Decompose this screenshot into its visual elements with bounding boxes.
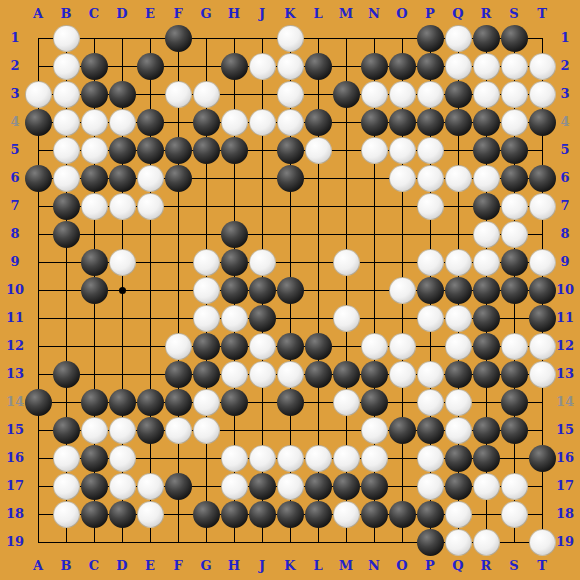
- white-stone-B1[interactable]: [53, 25, 80, 52]
- row-label-right-8: 8: [560, 227, 569, 241]
- black-stone-F6[interactable]: [165, 165, 192, 192]
- black-stone-C2[interactable]: [81, 53, 108, 80]
- white-stone-Q1[interactable]: [445, 25, 472, 52]
- white-stone-O12[interactable]: [389, 333, 416, 360]
- white-stone-R8[interactable]: [473, 221, 500, 248]
- row-label-left-2: 2: [10, 59, 19, 73]
- white-stone-P9[interactable]: [417, 249, 444, 276]
- row-label-right-11: 11: [556, 311, 574, 325]
- row-label-left-19: 19: [6, 535, 24, 549]
- row-label-right-15: 15: [556, 423, 574, 437]
- white-stone-R3[interactable]: [473, 81, 500, 108]
- white-stone-M14[interactable]: [333, 389, 360, 416]
- black-stone-Q3[interactable]: [445, 81, 472, 108]
- row-label-right-4: 4: [560, 115, 569, 129]
- col-label-bottom-M: M: [339, 559, 353, 573]
- white-stone-D17[interactable]: [109, 473, 136, 500]
- black-stone-B13[interactable]: [53, 361, 80, 388]
- black-stone-Q13[interactable]: [445, 361, 472, 388]
- white-stone-T9[interactable]: [529, 249, 556, 276]
- white-stone-H4[interactable]: [221, 109, 248, 136]
- col-label-top-G: G: [200, 7, 211, 21]
- black-stone-L18[interactable]: [305, 501, 332, 528]
- row-label-right-18: 18: [556, 507, 574, 521]
- col-label-top-P: P: [425, 7, 435, 21]
- black-stone-N4[interactable]: [361, 109, 388, 136]
- row-label-left-8: 8: [10, 227, 19, 241]
- white-stone-S2[interactable]: [501, 53, 528, 80]
- white-stone-E18[interactable]: [137, 501, 164, 528]
- white-stone-T13[interactable]: [529, 361, 556, 388]
- black-stone-O2[interactable]: [389, 53, 416, 80]
- white-stone-C4[interactable]: [81, 109, 108, 136]
- black-stone-O4[interactable]: [389, 109, 416, 136]
- row-label-right-19: 19: [556, 535, 574, 549]
- black-stone-D18[interactable]: [109, 501, 136, 528]
- black-stone-T10[interactable]: [529, 277, 556, 304]
- black-stone-G5[interactable]: [193, 137, 220, 164]
- black-stone-N17[interactable]: [361, 473, 388, 500]
- white-stone-S4[interactable]: [501, 109, 528, 136]
- black-stone-J18[interactable]: [249, 501, 276, 528]
- black-stone-R12[interactable]: [473, 333, 500, 360]
- black-stone-T16[interactable]: [529, 445, 556, 472]
- black-stone-C16[interactable]: [81, 445, 108, 472]
- white-stone-C7[interactable]: [81, 193, 108, 220]
- col-label-bottom-P: P: [425, 559, 435, 573]
- black-stone-F14[interactable]: [165, 389, 192, 416]
- black-stone-K5[interactable]: [277, 137, 304, 164]
- col-label-bottom-S: S: [509, 559, 518, 573]
- col-label-bottom-R: R: [481, 559, 492, 573]
- black-stone-C17[interactable]: [81, 473, 108, 500]
- black-stone-A14[interactable]: [25, 389, 52, 416]
- white-stone-O13[interactable]: [389, 361, 416, 388]
- white-stone-E17[interactable]: [137, 473, 164, 500]
- white-stone-R19[interactable]: [473, 529, 500, 556]
- white-stone-B6[interactable]: [53, 165, 80, 192]
- col-label-top-S: S: [509, 7, 518, 21]
- white-stone-S3[interactable]: [501, 81, 528, 108]
- white-stone-D9[interactable]: [109, 249, 136, 276]
- black-stone-T11[interactable]: [529, 305, 556, 332]
- white-stone-L5[interactable]: [305, 137, 332, 164]
- black-stone-O18[interactable]: [389, 501, 416, 528]
- black-stone-J17[interactable]: [249, 473, 276, 500]
- white-stone-K13[interactable]: [277, 361, 304, 388]
- col-label-top-M: M: [339, 7, 353, 21]
- col-label-top-C: C: [89, 7, 99, 21]
- white-stone-G11[interactable]: [193, 305, 220, 332]
- white-stone-O5[interactable]: [389, 137, 416, 164]
- white-stone-D15[interactable]: [109, 417, 136, 444]
- white-stone-Q9[interactable]: [445, 249, 472, 276]
- col-label-bottom-H: H: [228, 559, 240, 573]
- black-stone-S5[interactable]: [501, 137, 528, 164]
- black-stone-R5[interactable]: [473, 137, 500, 164]
- white-stone-S12[interactable]: [501, 333, 528, 360]
- black-stone-K6[interactable]: [277, 165, 304, 192]
- white-stone-Q14[interactable]: [445, 389, 472, 416]
- black-stone-H9[interactable]: [221, 249, 248, 276]
- white-stone-M9[interactable]: [333, 249, 360, 276]
- row-label-left-14: 14: [6, 395, 24, 409]
- black-stone-H10[interactable]: [221, 277, 248, 304]
- col-label-bottom-B: B: [61, 559, 72, 573]
- col-label-top-R: R: [481, 7, 492, 21]
- black-stone-J11[interactable]: [249, 305, 276, 332]
- col-label-bottom-F: F: [173, 559, 182, 573]
- black-stone-R11[interactable]: [473, 305, 500, 332]
- black-stone-T4[interactable]: [529, 109, 556, 136]
- black-stone-B15[interactable]: [53, 417, 80, 444]
- black-stone-E2[interactable]: [137, 53, 164, 80]
- white-stone-K2[interactable]: [277, 53, 304, 80]
- row-label-right-5: 5: [560, 143, 569, 157]
- white-stone-Q18[interactable]: [445, 501, 472, 528]
- white-stone-K17[interactable]: [277, 473, 304, 500]
- white-stone-N3[interactable]: [361, 81, 388, 108]
- white-stone-B17[interactable]: [53, 473, 80, 500]
- white-stone-H17[interactable]: [221, 473, 248, 500]
- white-stone-O6[interactable]: [389, 165, 416, 192]
- row-label-left-3: 3: [10, 87, 19, 101]
- black-stone-M13[interactable]: [333, 361, 360, 388]
- white-stone-R6[interactable]: [473, 165, 500, 192]
- white-stone-S8[interactable]: [501, 221, 528, 248]
- black-stone-F13[interactable]: [165, 361, 192, 388]
- row-label-left-13: 13: [6, 367, 24, 381]
- row-label-left-5: 5: [10, 143, 19, 157]
- row-label-left-9: 9: [10, 255, 19, 269]
- black-stone-L2[interactable]: [305, 53, 332, 80]
- black-stone-R7[interactable]: [473, 193, 500, 220]
- row-label-left-7: 7: [10, 199, 19, 213]
- white-stone-S17[interactable]: [501, 473, 528, 500]
- black-stone-J10[interactable]: [249, 277, 276, 304]
- row-label-left-6: 6: [10, 171, 19, 185]
- white-stone-F12[interactable]: [165, 333, 192, 360]
- row-label-right-9: 9: [560, 255, 569, 269]
- black-stone-R10[interactable]: [473, 277, 500, 304]
- row-label-right-1: 1: [560, 31, 569, 45]
- black-stone-R4[interactable]: [473, 109, 500, 136]
- row-label-right-7: 7: [560, 199, 569, 213]
- white-stone-T12[interactable]: [529, 333, 556, 360]
- black-stone-N18[interactable]: [361, 501, 388, 528]
- row-label-right-3: 3: [560, 87, 569, 101]
- white-stone-C5[interactable]: [81, 137, 108, 164]
- white-stone-Q19[interactable]: [445, 529, 472, 556]
- row-label-left-18: 18: [6, 507, 24, 521]
- black-stone-M3[interactable]: [333, 81, 360, 108]
- white-stone-G15[interactable]: [193, 417, 220, 444]
- black-stone-E15[interactable]: [137, 417, 164, 444]
- row-label-right-16: 16: [556, 451, 574, 465]
- white-stone-J2[interactable]: [249, 53, 276, 80]
- row-label-left-10: 10: [6, 283, 24, 297]
- black-stone-P10[interactable]: [417, 277, 444, 304]
- white-stone-Q6[interactable]: [445, 165, 472, 192]
- black-stone-S10[interactable]: [501, 277, 528, 304]
- go-board: AABBCCDDEEFFGGHHJJKKLLMMNNOOPPQQRRSSTT11…: [0, 0, 580, 580]
- white-stone-R2[interactable]: [473, 53, 500, 80]
- col-label-top-Q: Q: [452, 7, 463, 21]
- col-label-top-L: L: [313, 7, 322, 21]
- black-stone-D3[interactable]: [109, 81, 136, 108]
- black-stone-E14[interactable]: [137, 389, 164, 416]
- white-stone-P7[interactable]: [417, 193, 444, 220]
- white-stone-P6[interactable]: [417, 165, 444, 192]
- black-stone-F1[interactable]: [165, 25, 192, 52]
- row-label-left-11: 11: [6, 311, 24, 325]
- white-stone-M18[interactable]: [333, 501, 360, 528]
- white-stone-B4[interactable]: [53, 109, 80, 136]
- col-label-top-D: D: [116, 7, 127, 21]
- row-label-left-17: 17: [6, 479, 24, 493]
- black-stone-G18[interactable]: [193, 501, 220, 528]
- white-stone-P17[interactable]: [417, 473, 444, 500]
- black-stone-A4[interactable]: [25, 109, 52, 136]
- row-label-right-12: 12: [556, 339, 574, 353]
- white-stone-E7[interactable]: [137, 193, 164, 220]
- col-label-bottom-N: N: [368, 559, 380, 573]
- white-stone-B5[interactable]: [53, 137, 80, 164]
- black-stone-M17[interactable]: [333, 473, 360, 500]
- black-stone-H5[interactable]: [221, 137, 248, 164]
- white-stone-M16[interactable]: [333, 445, 360, 472]
- black-stone-Q17[interactable]: [445, 473, 472, 500]
- black-stone-P18[interactable]: [417, 501, 444, 528]
- white-stone-T3[interactable]: [529, 81, 556, 108]
- black-stone-Q4[interactable]: [445, 109, 472, 136]
- white-stone-F3[interactable]: [165, 81, 192, 108]
- row-label-left-12: 12: [6, 339, 24, 353]
- black-stone-L17[interactable]: [305, 473, 332, 500]
- black-stone-N13[interactable]: [361, 361, 388, 388]
- col-label-top-A: A: [33, 7, 43, 21]
- white-stone-A3[interactable]: [25, 81, 52, 108]
- col-label-top-E: E: [145, 7, 155, 21]
- white-stone-J9[interactable]: [249, 249, 276, 276]
- black-stone-S1[interactable]: [501, 25, 528, 52]
- black-stone-H12[interactable]: [221, 333, 248, 360]
- black-stone-K14[interactable]: [277, 389, 304, 416]
- white-stone-N16[interactable]: [361, 445, 388, 472]
- white-stone-D7[interactable]: [109, 193, 136, 220]
- black-stone-K12[interactable]: [277, 333, 304, 360]
- white-stone-Q11[interactable]: [445, 305, 472, 332]
- white-stone-R9[interactable]: [473, 249, 500, 276]
- white-stone-N5[interactable]: [361, 137, 388, 164]
- black-stone-G4[interactable]: [193, 109, 220, 136]
- white-stone-P13[interactable]: [417, 361, 444, 388]
- row-label-right-6: 6: [560, 171, 569, 185]
- col-label-top-B: B: [61, 7, 72, 21]
- black-stone-L12[interactable]: [305, 333, 332, 360]
- black-stone-B8[interactable]: [53, 221, 80, 248]
- col-label-bottom-L: L: [313, 559, 322, 573]
- black-stone-K10[interactable]: [277, 277, 304, 304]
- black-stone-R1[interactable]: [473, 25, 500, 52]
- col-label-bottom-Q: Q: [452, 559, 463, 573]
- col-label-top-J: J: [259, 7, 265, 21]
- col-label-bottom-D: D: [116, 559, 127, 573]
- white-stone-F15[interactable]: [165, 417, 192, 444]
- white-stone-P3[interactable]: [417, 81, 444, 108]
- black-stone-H2[interactable]: [221, 53, 248, 80]
- black-stone-H14[interactable]: [221, 389, 248, 416]
- col-label-top-K: K: [284, 7, 295, 21]
- black-stone-E5[interactable]: [137, 137, 164, 164]
- black-stone-C3[interactable]: [81, 81, 108, 108]
- black-stone-B7[interactable]: [53, 193, 80, 220]
- white-stone-G14[interactable]: [193, 389, 220, 416]
- black-stone-F5[interactable]: [165, 137, 192, 164]
- col-label-bottom-J: J: [259, 559, 265, 573]
- col-label-bottom-C: C: [89, 559, 99, 573]
- white-stone-B18[interactable]: [53, 501, 80, 528]
- white-stone-L16[interactable]: [305, 445, 332, 472]
- row-label-right-14: 14: [556, 395, 574, 409]
- row-label-right-13: 13: [556, 367, 574, 381]
- black-stone-D14[interactable]: [109, 389, 136, 416]
- row-label-right-17: 17: [556, 479, 574, 493]
- black-stone-G12[interactable]: [193, 333, 220, 360]
- white-stone-Q12[interactable]: [445, 333, 472, 360]
- black-stone-S6[interactable]: [501, 165, 528, 192]
- black-stone-K18[interactable]: [277, 501, 304, 528]
- black-stone-L13[interactable]: [305, 361, 332, 388]
- col-label-top-N: N: [368, 7, 380, 21]
- row-label-right-10: 10: [556, 283, 574, 297]
- row-label-left-15: 15: [6, 423, 24, 437]
- black-stone-A6[interactable]: [25, 165, 52, 192]
- black-stone-G13[interactable]: [193, 361, 220, 388]
- white-stone-K1[interactable]: [277, 25, 304, 52]
- white-stone-J12[interactable]: [249, 333, 276, 360]
- row-label-left-1: 1: [10, 31, 19, 45]
- white-stone-K3[interactable]: [277, 81, 304, 108]
- white-stone-K16[interactable]: [277, 445, 304, 472]
- white-stone-M11[interactable]: [333, 305, 360, 332]
- black-stone-R13[interactable]: [473, 361, 500, 388]
- row-label-left-16: 16: [6, 451, 24, 465]
- white-stone-H13[interactable]: [221, 361, 248, 388]
- white-stone-T7[interactable]: [529, 193, 556, 220]
- col-label-top-O: O: [396, 7, 407, 21]
- white-stone-Q15[interactable]: [445, 417, 472, 444]
- row-label-left-4: 4: [10, 115, 19, 129]
- white-stone-P5[interactable]: [417, 137, 444, 164]
- white-stone-R17[interactable]: [473, 473, 500, 500]
- white-stone-E6[interactable]: [137, 165, 164, 192]
- col-label-bottom-K: K: [284, 559, 295, 573]
- star-point-D10: [119, 287, 126, 294]
- white-stone-N12[interactable]: [361, 333, 388, 360]
- black-stone-C9[interactable]: [81, 249, 108, 276]
- white-stone-J13[interactable]: [249, 361, 276, 388]
- white-stone-P16[interactable]: [417, 445, 444, 472]
- white-stone-O10[interactable]: [389, 277, 416, 304]
- black-stone-Q10[interactable]: [445, 277, 472, 304]
- black-stone-N14[interactable]: [361, 389, 388, 416]
- col-label-bottom-A: A: [33, 559, 43, 573]
- black-stone-R15[interactable]: [473, 417, 500, 444]
- white-stone-P14[interactable]: [417, 389, 444, 416]
- black-stone-S15[interactable]: [501, 417, 528, 444]
- white-stone-G9[interactable]: [193, 249, 220, 276]
- black-stone-D5[interactable]: [109, 137, 136, 164]
- black-stone-E4[interactable]: [137, 109, 164, 136]
- white-stone-T2[interactable]: [529, 53, 556, 80]
- white-stone-J4[interactable]: [249, 109, 276, 136]
- black-stone-C18[interactable]: [81, 501, 108, 528]
- black-stone-Q16[interactable]: [445, 445, 472, 472]
- white-stone-G3[interactable]: [193, 81, 220, 108]
- white-stone-Q2[interactable]: [445, 53, 472, 80]
- row-label-right-2: 2: [560, 59, 569, 73]
- col-label-bottom-O: O: [396, 559, 407, 573]
- black-stone-R16[interactable]: [473, 445, 500, 472]
- black-stone-P19[interactable]: [417, 529, 444, 556]
- white-stone-H16[interactable]: [221, 445, 248, 472]
- col-label-bottom-T: T: [537, 559, 547, 573]
- black-stone-P2[interactable]: [417, 53, 444, 80]
- black-stone-T6[interactable]: [529, 165, 556, 192]
- white-stone-N15[interactable]: [361, 417, 388, 444]
- white-stone-P11[interactable]: [417, 305, 444, 332]
- black-stone-P1[interactable]: [417, 25, 444, 52]
- black-stone-O15[interactable]: [389, 417, 416, 444]
- white-stone-D4[interactable]: [109, 109, 136, 136]
- white-stone-D16[interactable]: [109, 445, 136, 472]
- col-label-top-F: F: [173, 7, 182, 21]
- black-stone-S13[interactable]: [501, 361, 528, 388]
- black-stone-F17[interactable]: [165, 473, 192, 500]
- white-stone-B16[interactable]: [53, 445, 80, 472]
- col-label-top-T: T: [537, 7, 547, 21]
- col-label-bottom-E: E: [145, 559, 155, 573]
- black-stone-C10[interactable]: [81, 277, 108, 304]
- col-label-top-H: H: [228, 7, 240, 21]
- white-stone-K4[interactable]: [277, 109, 304, 136]
- col-label-bottom-G: G: [200, 559, 211, 573]
- black-stone-C14[interactable]: [81, 389, 108, 416]
- white-stone-S7[interactable]: [501, 193, 528, 220]
- white-stone-H11[interactable]: [221, 305, 248, 332]
- white-stone-J16[interactable]: [249, 445, 276, 472]
- white-stone-B2[interactable]: [53, 53, 80, 80]
- black-stone-S9[interactable]: [501, 249, 528, 276]
- black-stone-H18[interactable]: [221, 501, 248, 528]
- white-stone-B3[interactable]: [53, 81, 80, 108]
- black-stone-N2[interactable]: [361, 53, 388, 80]
- white-stone-O3[interactable]: [389, 81, 416, 108]
- black-stone-P15[interactable]: [417, 417, 444, 444]
- black-stone-C6[interactable]: [81, 165, 108, 192]
- black-stone-D6[interactable]: [109, 165, 136, 192]
- black-stone-H8[interactable]: [221, 221, 248, 248]
- black-stone-P4[interactable]: [417, 109, 444, 136]
- white-stone-T19[interactable]: [529, 529, 556, 556]
- black-stone-S14[interactable]: [501, 389, 528, 416]
- white-stone-G10[interactable]: [193, 277, 220, 304]
- white-stone-C15[interactable]: [81, 417, 108, 444]
- black-stone-L4[interactable]: [305, 109, 332, 136]
- white-stone-S18[interactable]: [501, 501, 528, 528]
